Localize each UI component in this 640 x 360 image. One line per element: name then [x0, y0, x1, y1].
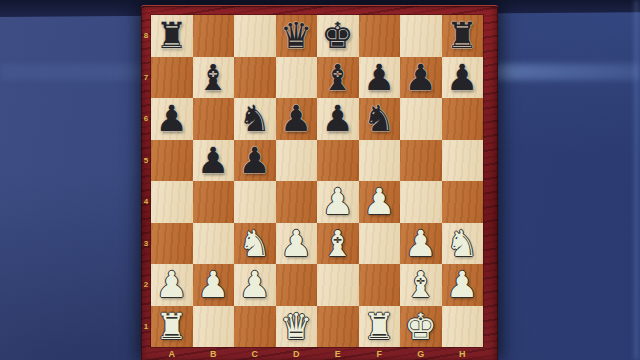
file-label-c: C: [234, 347, 276, 360]
square-d3[interactable]: ♟: [276, 223, 318, 265]
square-a7[interactable]: [151, 57, 193, 99]
square-c3[interactable]: ♞: [234, 223, 276, 265]
white-king: ♚: [400, 306, 442, 348]
white-knight: ♞: [234, 223, 276, 265]
rank-label-7: 7: [141, 57, 151, 99]
black-queen: ♛: [276, 15, 318, 57]
square-g7[interactable]: ♟: [400, 57, 442, 99]
square-c2[interactable]: ♟: [234, 264, 276, 306]
square-b1[interactable]: [193, 306, 235, 348]
white-pawn: ♟: [193, 264, 235, 306]
black-pawn: ♟: [276, 98, 318, 140]
rank-label-4: 4: [141, 181, 151, 223]
square-e6[interactable]: ♟: [317, 98, 359, 140]
white-pawn: ♟: [151, 264, 193, 306]
square-b8[interactable]: [193, 15, 235, 57]
square-c7[interactable]: [234, 57, 276, 99]
square-f8[interactable]: [359, 15, 401, 57]
file-label-e: E: [317, 347, 359, 360]
black-rook: ♜: [442, 15, 484, 57]
square-c4[interactable]: [234, 181, 276, 223]
square-d8[interactable]: ♛: [276, 15, 318, 57]
black-pawn: ♟: [151, 98, 193, 140]
file-label-a: A: [151, 347, 193, 360]
chess-board: ♜♛♚♜♝♝♟♟♟♟♞♟♟♞♟♟♟♟♞♟♝♟♞♟♟♟♝♟♜♛♜♚: [151, 15, 483, 347]
square-h8[interactable]: ♜: [442, 15, 484, 57]
black-pawn: ♟: [400, 57, 442, 99]
square-g5[interactable]: [400, 140, 442, 182]
square-d2[interactable]: [276, 264, 318, 306]
square-f7[interactable]: ♟: [359, 57, 401, 99]
black-knight: ♞: [234, 98, 276, 140]
square-f2[interactable]: [359, 264, 401, 306]
background-edge-streak: [634, 0, 639, 360]
square-d6[interactable]: ♟: [276, 98, 318, 140]
square-d7[interactable]: [276, 57, 318, 99]
rank-label-3: 3: [141, 223, 151, 265]
black-pawn: ♟: [193, 140, 235, 182]
square-c5[interactable]: ♟: [234, 140, 276, 182]
square-f6[interactable]: ♞: [359, 98, 401, 140]
square-a2[interactable]: ♟: [151, 264, 193, 306]
black-knight: ♞: [359, 98, 401, 140]
square-b7[interactable]: ♝: [193, 57, 235, 99]
rank-label-1: 1: [141, 306, 151, 348]
square-g8[interactable]: [400, 15, 442, 57]
square-a3[interactable]: [151, 223, 193, 265]
square-d4[interactable]: [276, 181, 318, 223]
square-b3[interactable]: [193, 223, 235, 265]
square-h3[interactable]: ♞: [442, 223, 484, 265]
square-a6[interactable]: ♟: [151, 98, 193, 140]
square-b6[interactable]: [193, 98, 235, 140]
black-pawn: ♟: [359, 57, 401, 99]
black-bishop: ♝: [193, 57, 235, 99]
rank-labels: 87654321: [141, 15, 151, 347]
rank-label-5: 5: [141, 140, 151, 182]
chess-board-frame: 87654321 ♜♛♚♜♝♝♟♟♟♟♞♟♟♞♟♟♟♟♞♟♝♟♞♟♟♟♝♟♜♛♜…: [141, 5, 498, 360]
black-pawn: ♟: [442, 57, 484, 99]
white-pawn: ♟: [234, 264, 276, 306]
file-label-h: H: [442, 347, 484, 360]
square-a4[interactable]: [151, 181, 193, 223]
square-d5[interactable]: [276, 140, 318, 182]
black-bishop: ♝: [317, 57, 359, 99]
square-e3[interactable]: ♝: [317, 223, 359, 265]
square-a8[interactable]: ♜: [151, 15, 193, 57]
file-label-f: F: [359, 347, 401, 360]
square-b5[interactable]: ♟: [193, 140, 235, 182]
square-h5[interactable]: [442, 140, 484, 182]
square-f1[interactable]: ♜: [359, 306, 401, 348]
square-e4[interactable]: ♟: [317, 181, 359, 223]
white-rook: ♜: [151, 306, 193, 348]
black-rook: ♜: [151, 15, 193, 57]
file-label-b: B: [193, 347, 235, 360]
square-a1[interactable]: ♜: [151, 306, 193, 348]
rank-label-8: 8: [141, 15, 151, 57]
square-c6[interactable]: ♞: [234, 98, 276, 140]
square-d1[interactable]: ♛: [276, 306, 318, 348]
square-g1[interactable]: ♚: [400, 306, 442, 348]
square-e2[interactable]: [317, 264, 359, 306]
white-rook: ♜: [359, 306, 401, 348]
square-a5[interactable]: [151, 140, 193, 182]
square-h1[interactable]: [442, 306, 484, 348]
square-h6[interactable]: [442, 98, 484, 140]
black-king: ♚: [317, 15, 359, 57]
square-h2[interactable]: ♟: [442, 264, 484, 306]
square-e7[interactable]: ♝: [317, 57, 359, 99]
white-bishop: ♝: [317, 223, 359, 265]
white-pawn: ♟: [317, 181, 359, 223]
white-bishop: ♝: [400, 264, 442, 306]
square-h4[interactable]: [442, 181, 484, 223]
rank-label-2: 2: [141, 264, 151, 306]
square-g3[interactable]: ♟: [400, 223, 442, 265]
file-labels: ABCDEFGH: [151, 347, 483, 360]
square-f3[interactable]: [359, 223, 401, 265]
square-c8[interactable]: [234, 15, 276, 57]
square-g6[interactable]: [400, 98, 442, 140]
square-e5[interactable]: [317, 140, 359, 182]
rank-label-6: 6: [141, 98, 151, 140]
white-pawn: ♟: [400, 223, 442, 265]
square-e1[interactable]: [317, 306, 359, 348]
white-knight: ♞: [442, 223, 484, 265]
black-pawn: ♟: [234, 140, 276, 182]
square-f4[interactable]: ♟: [359, 181, 401, 223]
white-pawn: ♟: [359, 181, 401, 223]
square-f5[interactable]: [359, 140, 401, 182]
square-b2[interactable]: ♟: [193, 264, 235, 306]
square-g2[interactable]: ♝: [400, 264, 442, 306]
file-label-g: G: [400, 347, 442, 360]
white-pawn: ♟: [276, 223, 318, 265]
white-pawn: ♟: [442, 264, 484, 306]
square-g4[interactable]: [400, 181, 442, 223]
black-pawn: ♟: [317, 98, 359, 140]
square-b4[interactable]: [193, 181, 235, 223]
square-e8[interactable]: ♚: [317, 15, 359, 57]
square-h7[interactable]: ♟: [442, 57, 484, 99]
white-queen: ♛: [276, 306, 318, 348]
file-label-d: D: [276, 347, 318, 360]
square-c1[interactable]: [234, 306, 276, 348]
